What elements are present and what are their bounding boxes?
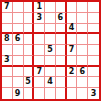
cell-r2c8-empty[interactable] xyxy=(77,13,88,24)
cell-r8c1-empty[interactable] xyxy=(2,77,13,88)
cell-r3c4-empty[interactable] xyxy=(34,24,45,35)
cell-r5c1-empty[interactable] xyxy=(2,45,13,56)
cell-r5c5-given-5[interactable]: 5 xyxy=(45,45,56,56)
cell-r4c2-given-6[interactable]: 6 xyxy=(13,34,24,45)
cell-r6c9-empty[interactable] xyxy=(88,56,99,67)
cell-r9c7-empty[interactable] xyxy=(67,88,78,99)
cell-r7c6-empty[interactable] xyxy=(56,67,67,78)
cell-r9c4-empty[interactable] xyxy=(34,88,45,99)
cell-r5c6-empty[interactable] xyxy=(56,45,67,56)
cell-r9c5-empty[interactable] xyxy=(45,88,56,99)
cell-r3c9-empty[interactable] xyxy=(88,24,99,35)
cell-r9c6-empty[interactable] xyxy=(56,88,67,99)
cell-r8c6-empty[interactable] xyxy=(56,77,67,88)
cell-r9c2-given-9[interactable]: 9 xyxy=(13,88,24,99)
cell-r1c2-empty[interactable] xyxy=(13,2,24,13)
cell-r4c8-empty[interactable] xyxy=(77,34,88,45)
cell-r4c7-empty[interactable] xyxy=(67,34,78,45)
cell-r5c2-empty[interactable] xyxy=(13,45,24,56)
cell-r1c6-empty[interactable] xyxy=(56,2,67,13)
cell-r8c2-empty[interactable] xyxy=(13,77,24,88)
cell-r8c5-given-4[interactable]: 4 xyxy=(45,77,56,88)
cell-r4c6-empty[interactable] xyxy=(56,34,67,45)
cell-r6c2-empty[interactable] xyxy=(13,56,24,67)
cell-r8c7-empty[interactable] xyxy=(67,77,78,88)
cell-r1c7-empty[interactable] xyxy=(67,2,78,13)
cell-r1c5-empty[interactable] xyxy=(45,2,56,13)
cell-r2c6-given-6[interactable]: 6 xyxy=(56,13,67,24)
cell-r2c5-empty[interactable] xyxy=(45,13,56,24)
cell-r2c7-empty[interactable] xyxy=(67,13,78,24)
cell-r2c9-empty[interactable] xyxy=(88,13,99,24)
cell-r4c4-empty[interactable] xyxy=(34,34,45,45)
cell-r9c8-empty[interactable] xyxy=(77,88,88,99)
cell-r5c4-empty[interactable] xyxy=(34,45,45,56)
cell-r8c8-empty[interactable] xyxy=(77,77,88,88)
cell-r6c7-empty[interactable] xyxy=(67,56,78,67)
cell-r1c9-empty[interactable] xyxy=(88,2,99,13)
cell-r8c3-given-5[interactable]: 5 xyxy=(24,77,35,88)
cell-r1c3-empty[interactable] xyxy=(24,2,35,13)
cell-r3c1-empty[interactable] xyxy=(2,24,13,35)
cell-r3c7-given-4[interactable]: 4 xyxy=(67,24,78,35)
cell-r9c3-empty[interactable] xyxy=(24,88,35,99)
cell-r2c1-empty[interactable] xyxy=(2,13,13,24)
cell-r4c9-empty[interactable] xyxy=(88,34,99,45)
cell-r8c9-empty[interactable] xyxy=(88,77,99,88)
cell-r9c9-given-3[interactable]: 3 xyxy=(88,88,99,99)
cell-r6c1-given-3[interactable]: 3 xyxy=(2,56,13,67)
cell-r7c2-empty[interactable] xyxy=(13,67,24,78)
cell-r8c4-empty[interactable] xyxy=(34,77,45,88)
cell-r7c5-empty[interactable] xyxy=(45,67,56,78)
cell-r3c5-empty[interactable] xyxy=(45,24,56,35)
cell-r6c5-empty[interactable] xyxy=(45,56,56,67)
cell-r3c6-empty[interactable] xyxy=(56,24,67,35)
cell-r1c8-empty[interactable] xyxy=(77,2,88,13)
cell-r2c4-given-3[interactable]: 3 xyxy=(34,13,45,24)
cell-r4c5-empty[interactable] xyxy=(45,34,56,45)
cell-r3c3-empty[interactable] xyxy=(24,24,35,35)
cell-r1c4-given-1[interactable]: 1 xyxy=(34,2,45,13)
cell-r7c3-empty[interactable] xyxy=(24,67,35,78)
cell-r5c8-empty[interactable] xyxy=(77,45,88,56)
cell-r7c9-empty[interactable] xyxy=(88,67,99,78)
cell-r6c6-empty[interactable] xyxy=(56,56,67,67)
cell-r5c7-given-7[interactable]: 7 xyxy=(67,45,78,56)
cell-r6c4-empty[interactable] xyxy=(34,56,45,67)
cell-r4c1-given-8[interactable]: 8 xyxy=(2,34,13,45)
cell-r9c1-empty[interactable] xyxy=(2,88,13,99)
cell-r7c8-given-6[interactable]: 6 xyxy=(77,67,88,78)
cell-r7c7-given-2[interactable]: 2 xyxy=(67,67,78,78)
cell-r3c2-empty[interactable] xyxy=(13,24,24,35)
cell-r2c2-empty[interactable] xyxy=(13,13,24,24)
cell-r6c3-empty[interactable] xyxy=(24,56,35,67)
cell-r3c8-empty[interactable] xyxy=(77,24,88,35)
sudoku-board: 71364865737265493 xyxy=(0,0,101,101)
cell-r7c1-empty[interactable] xyxy=(2,67,13,78)
cell-r6c8-empty[interactable] xyxy=(77,56,88,67)
cell-r5c9-empty[interactable] xyxy=(88,45,99,56)
cell-r5c3-empty[interactable] xyxy=(24,45,35,56)
cell-r2c3-empty[interactable] xyxy=(24,13,35,24)
cell-r1c1-given-7[interactable]: 7 xyxy=(2,2,13,13)
cell-r7c4-given-7[interactable]: 7 xyxy=(34,67,45,78)
cell-r4c3-empty[interactable] xyxy=(24,34,35,45)
